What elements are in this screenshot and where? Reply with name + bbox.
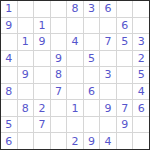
cell-r9c3[interactable] [34, 133, 50, 149]
cell-r7c2[interactable]: 8 [18, 100, 34, 116]
cell-r5c1[interactable] [1, 67, 17, 83]
cell-r6c6[interactable]: 6 [84, 84, 100, 100]
cell-r9c7[interactable]: 4 [100, 133, 116, 149]
cell-r3c9[interactable]: 3 [133, 34, 149, 50]
cell-r9c2[interactable] [18, 133, 34, 149]
cell-r1c5[interactable]: 8 [67, 1, 83, 17]
cell-r6c4[interactable]: 7 [51, 84, 67, 100]
cell-r2c1[interactable]: 9 [1, 18, 17, 34]
cell-r4c1[interactable]: 4 [1, 51, 17, 67]
cell-r6c2[interactable] [18, 84, 34, 100]
cell-r3c3[interactable]: 9 [34, 34, 50, 50]
cell-r7c8[interactable]: 7 [117, 100, 133, 116]
cell-r3c7[interactable]: 7 [100, 34, 116, 50]
cell-r9c6[interactable]: 9 [84, 133, 100, 149]
cell-r1c8[interactable] [117, 1, 133, 17]
cell-r4c8[interactable] [117, 51, 133, 67]
cell-r9c4[interactable] [51, 133, 67, 149]
cell-r1c3[interactable] [34, 1, 50, 17]
cell-r5c9[interactable]: 5 [133, 67, 149, 83]
cell-r7c6[interactable] [84, 100, 100, 116]
cell-r8c7[interactable] [100, 117, 116, 133]
cell-r4c6[interactable]: 5 [84, 51, 100, 67]
cell-r6c3[interactable] [34, 84, 50, 100]
cell-r7c3[interactable]: 2 [34, 100, 50, 116]
cell-r9c1[interactable]: 6 [1, 133, 17, 149]
cell-r2c5[interactable] [67, 18, 83, 34]
cell-r1c1[interactable]: 1 [1, 1, 17, 17]
cell-r3c1[interactable] [1, 34, 17, 50]
cell-r5c8[interactable] [117, 67, 133, 83]
cell-r4c4[interactable]: 9 [51, 51, 67, 67]
cell-r3c2[interactable]: 1 [18, 34, 34, 50]
cell-r1c9[interactable] [133, 1, 149, 17]
cell-r2c2[interactable] [18, 18, 34, 34]
cell-r8c6[interactable] [84, 117, 100, 133]
cell-r3c4[interactable] [51, 34, 67, 50]
cell-r7c1[interactable] [1, 100, 17, 116]
cell-r1c7[interactable]: 6 [100, 1, 116, 17]
cell-r4c9[interactable]: 2 [133, 51, 149, 67]
cell-r4c2[interactable] [18, 51, 34, 67]
cell-r2c6[interactable] [84, 18, 100, 34]
cell-r2c3[interactable]: 1 [34, 18, 50, 34]
cell-r4c7[interactable] [100, 51, 116, 67]
cell-r6c7[interactable] [100, 84, 116, 100]
cell-r1c2[interactable] [18, 1, 34, 17]
cell-r8c4[interactable] [51, 117, 67, 133]
cell-r1c6[interactable]: 3 [84, 1, 100, 17]
cell-r5c5[interactable] [67, 67, 83, 83]
cell-r5c3[interactable] [34, 67, 50, 83]
cell-r2c7[interactable] [100, 18, 116, 34]
cell-r5c6[interactable] [84, 67, 100, 83]
cell-r5c2[interactable]: 9 [18, 67, 34, 83]
cell-r8c2[interactable] [18, 117, 34, 133]
cell-r9c5[interactable]: 2 [67, 133, 83, 149]
cell-r2c4[interactable] [51, 18, 67, 34]
cell-r4c3[interactable] [34, 51, 50, 67]
cell-r9c9[interactable] [133, 133, 149, 149]
sudoku-grid: 18369161947534952983587648219765796294 [1, 1, 149, 149]
cell-r8c9[interactable] [133, 117, 149, 133]
cell-r7c4[interactable] [51, 100, 67, 116]
cell-r3c6[interactable] [84, 34, 100, 50]
cell-r5c7[interactable]: 3 [100, 67, 116, 83]
cell-r2c9[interactable] [133, 18, 149, 34]
cell-r7c5[interactable]: 1 [67, 100, 83, 116]
cell-r8c3[interactable]: 7 [34, 117, 50, 133]
cell-r9c8[interactable] [117, 133, 133, 149]
cell-r6c1[interactable]: 8 [1, 84, 17, 100]
cell-r2c8[interactable]: 6 [117, 18, 133, 34]
cell-r7c9[interactable]: 6 [133, 100, 149, 116]
cell-r4c5[interactable] [67, 51, 83, 67]
cell-r6c9[interactable]: 4 [133, 84, 149, 100]
cell-r8c5[interactable] [67, 117, 83, 133]
cell-r1c4[interactable] [51, 1, 67, 17]
cell-r7c7[interactable]: 9 [100, 100, 116, 116]
cell-r8c1[interactable]: 5 [1, 117, 17, 133]
cell-r5c4[interactable]: 8 [51, 67, 67, 83]
cell-r3c8[interactable]: 5 [117, 34, 133, 50]
sudoku-board: 18369161947534952983587648219765796294 [0, 0, 150, 150]
cell-r6c5[interactable] [67, 84, 83, 100]
cell-r3c5[interactable]: 4 [67, 34, 83, 50]
cell-r6c8[interactable] [117, 84, 133, 100]
cell-r8c8[interactable]: 9 [117, 117, 133, 133]
